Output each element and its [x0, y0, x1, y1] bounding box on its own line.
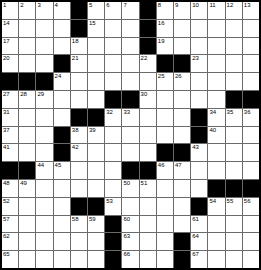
black-cell-r6c15: [243, 91, 259, 108]
black-cell-r10c1: [2, 162, 18, 179]
crossword-cell-r8c8[interactable]: [122, 127, 138, 144]
crossword-cell-r12c11[interactable]: [174, 198, 190, 215]
crossword-cell-r6c2[interactable]: 28: [19, 91, 35, 108]
crossword-cell-r8c7[interactable]: [105, 127, 121, 144]
clue-number: 9: [175, 2, 178, 9]
black-cell-r4c10: [157, 55, 173, 72]
crossword-cell-r6c3[interactable]: 29: [36, 91, 52, 108]
crossword-cell-r8c2[interactable]: [19, 127, 35, 144]
clue-number: 47: [175, 162, 182, 169]
crossword-cell-r10c15[interactable]: [243, 162, 259, 179]
crossword-cell-r9c15[interactable]: [243, 144, 259, 161]
clue-number: 28: [20, 91, 27, 98]
black-cell-r9c10: [157, 144, 173, 161]
crossword-cell-r9c12[interactable]: 43: [191, 144, 207, 161]
crossword-cell-r12c1[interactable]: 52: [2, 198, 18, 215]
black-cell-r12c5: [71, 198, 87, 215]
crossword-cell-r3c5[interactable]: 18: [71, 38, 87, 55]
clue-number: 37: [3, 127, 10, 134]
crossword-cell-r7c7[interactable]: 32: [105, 109, 121, 126]
crossword-cell-r9c7[interactable]: [105, 144, 121, 161]
clue-number: 46: [158, 162, 165, 169]
black-cell-r12c12: [191, 198, 207, 215]
crossword-cell-r8c13[interactable]: 40: [208, 127, 224, 144]
crossword-cell-r2c2[interactable]: [19, 20, 35, 37]
clue-number: 11: [209, 2, 215, 9]
crossword-cell-r15c4[interactable]: [54, 251, 70, 268]
crossword-cell-r3c15[interactable]: [243, 38, 259, 55]
crossword-cell-r11c10[interactable]: [157, 180, 173, 197]
crossword-cell-r1c14[interactable]: 12: [226, 2, 242, 19]
crossword-cell-r9c9[interactable]: [140, 144, 156, 161]
crossword-cell-r10c13[interactable]: [208, 162, 224, 179]
crossword-cell-r10c12[interactable]: [191, 162, 207, 179]
crossword-cell-r7c9[interactable]: [140, 109, 156, 126]
crossword-cell-r6c11[interactable]: [174, 91, 190, 108]
clue-number: 54: [209, 198, 216, 205]
crossword-cell-r13c3[interactable]: [36, 216, 52, 233]
crossword-cell-r4c14[interactable]: [226, 55, 242, 72]
clue-number: 20: [3, 55, 10, 62]
crossword-cell-r8c5[interactable]: 38: [71, 127, 87, 144]
crossword-cell-r1c13[interactable]: 11: [208, 2, 224, 19]
crossword-cell-r6c13[interactable]: [208, 91, 224, 108]
black-cell-r11c15: [243, 180, 259, 197]
clue-number: 41: [3, 144, 10, 151]
black-cell-r9c11: [174, 144, 190, 161]
crossword-cell-r15c15[interactable]: [243, 251, 259, 268]
crossword-cell-r7c11[interactable]: [174, 109, 190, 126]
crossword-cell-r13c2[interactable]: [19, 216, 35, 233]
crossword-cell-r3c11[interactable]: [174, 38, 190, 55]
crossword-cell-r4c6[interactable]: [88, 55, 104, 72]
clue-number: 58: [72, 216, 79, 223]
black-cell-r7c12: [191, 109, 207, 126]
crossword-cell-r1c12[interactable]: 10: [191, 2, 207, 19]
crossword-cell-r12c13[interactable]: 54: [208, 198, 224, 215]
crossword-cell-r4c2[interactable]: [19, 55, 35, 72]
clue-number: 1: [3, 2, 6, 9]
clue-number: 66: [123, 251, 130, 258]
crossword-cell-r4c13[interactable]: [208, 55, 224, 72]
clue-number: 17: [3, 38, 10, 45]
crossword-board: 1234567891011121314151617181920212223242…: [0, 0, 261, 270]
black-cell-r10c8: [122, 162, 138, 179]
crossword-cell-r14c6[interactable]: [88, 233, 104, 250]
black-cell-r14c7: [105, 233, 121, 250]
black-cell-r14c11: [174, 233, 190, 250]
crossword-cell-r12c15[interactable]: 56: [243, 198, 259, 215]
crossword-cell-r5c11[interactable]: 26: [174, 73, 190, 90]
crossword-cell-r11c3[interactable]: [36, 180, 52, 197]
crossword-cell-r9c1[interactable]: 41: [2, 144, 18, 161]
crossword-cell-r4c8[interactable]: [122, 55, 138, 72]
crossword-cell-r1c6[interactable]: 5: [88, 2, 104, 19]
crossword-cell-r11c4[interactable]: [54, 180, 70, 197]
clue-number: 21: [72, 55, 79, 62]
crossword-cell-r8c11[interactable]: [174, 127, 190, 144]
clue-number: 16: [158, 20, 165, 27]
clue-number: 23: [192, 55, 199, 62]
crossword-cell-r6c12[interactable]: [191, 91, 207, 108]
crossword-cell-r6c10[interactable]: [157, 91, 173, 108]
crossword-cell-r10c10[interactable]: 46: [157, 162, 173, 179]
crossword-cell-r3c13[interactable]: [208, 38, 224, 55]
clue-number: 44: [37, 162, 44, 169]
crossword-cell-r3c8[interactable]: [122, 38, 138, 55]
black-cell-r9c4: [54, 144, 70, 161]
clue-number: 43: [192, 144, 199, 151]
crossword-cell-r5c10[interactable]: 25: [157, 73, 173, 90]
crossword-cell-r3c6[interactable]: [88, 38, 104, 55]
clue-number: 25: [158, 73, 165, 80]
crossword-cell-r3c3[interactable]: [36, 38, 52, 55]
clue-number: 53: [106, 198, 113, 205]
clue-number: 65: [3, 251, 10, 258]
crossword-cell-r10c7[interactable]: [105, 162, 121, 179]
crossword-cell-r4c5[interactable]: 21: [71, 55, 87, 72]
clue-number: 33: [123, 109, 130, 116]
crossword-cell-r11c6[interactable]: [88, 180, 104, 197]
crossword-cell-r15c1[interactable]: 65: [2, 251, 18, 268]
crossword-cell-r2c4[interactable]: [54, 20, 70, 37]
crossword-cell-r2c1[interactable]: 14: [2, 20, 18, 37]
clue-number: 8: [158, 2, 161, 9]
crossword-cell-r8c14[interactable]: [226, 127, 242, 144]
crossword-cell-r15c2[interactable]: [19, 251, 35, 268]
crossword-cell-r1c1[interactable]: 1: [2, 2, 18, 19]
black-cell-r8c4: [54, 127, 70, 144]
crossword-cell-r9c6[interactable]: [88, 144, 104, 161]
clue-number: 38: [72, 127, 79, 134]
clue-number: 22: [141, 55, 148, 62]
black-cell-r6c7: [105, 91, 121, 108]
crossword-cell-r7c10[interactable]: [157, 109, 173, 126]
crossword-cell-r13c1[interactable]: 57: [2, 216, 18, 233]
crossword-cell-r11c2[interactable]: 49: [19, 180, 35, 197]
crossword-cell-r9c13[interactable]: [208, 144, 224, 161]
clue-number: 10: [192, 2, 199, 9]
crossword-cell-r14c13[interactable]: [208, 233, 224, 250]
crossword-cell-r5c13[interactable]: [208, 73, 224, 90]
crossword-cell-r2c6[interactable]: 15: [88, 20, 104, 37]
crossword-cell-r8c10[interactable]: [157, 127, 173, 144]
crossword-cell-r5c5[interactable]: [71, 73, 87, 90]
crossword-cell-r15c10[interactable]: [157, 251, 173, 268]
clue-number: 7: [123, 2, 126, 9]
black-cell-r1c5: [71, 2, 87, 19]
black-cell-r10c9: [140, 162, 156, 179]
crossword-cell-r3c4[interactable]: [54, 38, 70, 55]
crossword-cell-r11c9[interactable]: 51: [140, 180, 156, 197]
crossword-cell-r4c3[interactable]: [36, 55, 52, 72]
crossword-cell-r1c2[interactable]: 2: [19, 2, 35, 19]
crossword-cell-r15c13[interactable]: [208, 251, 224, 268]
crossword-cell-r9c2[interactable]: [19, 144, 35, 161]
clue-number: 15: [89, 20, 96, 27]
crossword-cell-r10c4[interactable]: 45: [54, 162, 70, 179]
crossword-cell-r13c15[interactable]: [243, 216, 259, 233]
crossword-cell-r5c6[interactable]: [88, 73, 104, 90]
clue-number: 6: [106, 2, 109, 9]
crossword-cell-r6c6[interactable]: [88, 91, 104, 108]
clue-number: 26: [175, 73, 182, 80]
crossword-cell-r7c14[interactable]: 35: [226, 109, 242, 126]
clue-number: 57: [3, 216, 10, 223]
crossword-cell-r14c2[interactable]: [19, 233, 35, 250]
clue-number: 19: [158, 38, 165, 45]
crossword-cell-r7c15[interactable]: 36: [243, 109, 259, 126]
clue-number: 63: [123, 233, 130, 240]
clue-number: 51: [141, 180, 148, 187]
crossword-cell-r1c8[interactable]: 7: [122, 2, 138, 19]
crossword-cell-r5c14[interactable]: [226, 73, 242, 90]
crossword-cell-r13c14[interactable]: [226, 216, 242, 233]
crossword-cell-r5c4[interactable]: 24: [54, 73, 70, 90]
crossword-cell-r7c4[interactable]: [54, 109, 70, 126]
crossword-cell-r7c1[interactable]: 31: [2, 109, 18, 126]
crossword-cell-r2c10[interactable]: 16: [157, 20, 173, 37]
black-cell-r15c11: [174, 251, 190, 268]
crossword-cell-r14c14[interactable]: [226, 233, 242, 250]
crossword-cell-r6c1[interactable]: 27: [2, 91, 18, 108]
crossword-cell-r4c9[interactable]: 22: [140, 55, 156, 72]
crossword-cell-r5c12[interactable]: [191, 73, 207, 90]
crossword-cell-r3c7[interactable]: [105, 38, 121, 55]
black-cell-r4c4: [54, 55, 70, 72]
crossword-cell-r1c10[interactable]: 8: [157, 2, 173, 19]
black-cell-r5c2: [19, 73, 35, 90]
crossword-cell-r10c14[interactable]: [226, 162, 242, 179]
clue-number: 67: [192, 251, 199, 258]
crossword-cell-r2c15[interactable]: [243, 20, 259, 37]
crossword-cell-r4c15[interactable]: [243, 55, 259, 72]
clue-number: 30: [141, 91, 148, 98]
crossword-cell-r8c9[interactable]: [140, 127, 156, 144]
crossword-cell-r13c9[interactable]: [140, 216, 156, 233]
clue-number: 60: [123, 216, 130, 223]
clue-number: 40: [209, 127, 216, 134]
black-cell-r12c6: [88, 198, 104, 215]
crossword-cell-r7c8[interactable]: 33: [122, 109, 138, 126]
clue-number: 64: [192, 233, 199, 240]
clue-number: 24: [55, 73, 62, 80]
clue-number: 50: [123, 180, 130, 187]
black-cell-r6c8: [122, 91, 138, 108]
crossword-cell-r14c9[interactable]: [140, 233, 156, 250]
clue-number: 52: [3, 198, 10, 205]
crossword-cell-r13c11[interactable]: [174, 216, 190, 233]
crossword-cell-r4c7[interactable]: [105, 55, 121, 72]
crossword-cell-r14c12[interactable]: 64: [191, 233, 207, 250]
crossword-cell-r1c7[interactable]: 6: [105, 2, 121, 19]
crossword-cell-r4c1[interactable]: 20: [2, 55, 18, 72]
clue-number: 4: [55, 2, 58, 9]
black-cell-r7c6: [88, 109, 104, 126]
black-cell-r8c12: [191, 127, 207, 144]
crossword-cell-r14c3[interactable]: [36, 233, 52, 250]
crossword-cell-r10c5[interactable]: [71, 162, 87, 179]
clue-number: 48: [3, 180, 10, 187]
crossword-cell-r4c12[interactable]: 23: [191, 55, 207, 72]
crossword-cell-r14c4[interactable]: [54, 233, 70, 250]
black-cell-r10c2: [19, 162, 35, 179]
crossword-cell-r5c7[interactable]: [105, 73, 121, 90]
clue-number: 13: [244, 2, 251, 9]
crossword-cell-r8c3[interactable]: [36, 127, 52, 144]
crossword-cell-r1c4[interactable]: 4: [54, 2, 70, 19]
crossword-cell-r12c3[interactable]: [36, 198, 52, 215]
black-cell-r15c7: [105, 251, 121, 268]
crossword-cell-r12c8[interactable]: [122, 198, 138, 215]
black-cell-r5c3: [36, 73, 52, 90]
black-cell-r7c5: [71, 109, 87, 126]
crossword-cell-r15c9[interactable]: [140, 251, 156, 268]
black-cell-r4c11: [174, 55, 190, 72]
crossword-cell-r13c5[interactable]: 58: [71, 216, 87, 233]
crossword-cell-r2c7[interactable]: [105, 20, 121, 37]
clue-number: 32: [106, 109, 113, 116]
clue-number: 34: [209, 109, 216, 116]
crossword-cell-r12c7[interactable]: 53: [105, 198, 121, 215]
clue-number: 49: [20, 180, 27, 187]
crossword-cell-r13c4[interactable]: [54, 216, 70, 233]
crossword-cell-r5c8[interactable]: [122, 73, 138, 90]
clue-number: 5: [89, 2, 92, 9]
crossword-cell-r2c12[interactable]: [191, 20, 207, 37]
crossword-cell-r9c8[interactable]: [122, 144, 138, 161]
clue-number: 29: [37, 91, 44, 98]
black-cell-r6c14: [226, 91, 242, 108]
crossword-cell-r5c9[interactable]: [140, 73, 156, 90]
crossword-cell-r8c1[interactable]: 37: [2, 127, 18, 144]
crossword-cell-r7c2[interactable]: [19, 109, 35, 126]
crossword-cell-r11c5[interactable]: [71, 180, 87, 197]
crossword-cell-r2c14[interactable]: [226, 20, 242, 37]
clue-number: 3: [37, 2, 40, 9]
crossword-cell-r14c5[interactable]: [71, 233, 87, 250]
crossword-cell-r12c14[interactable]: 55: [226, 198, 242, 215]
crossword-cell-r2c3[interactable]: [36, 20, 52, 37]
crossword-cell-r3c12[interactable]: [191, 38, 207, 55]
crossword-cell-r14c10[interactable]: [157, 233, 173, 250]
black-cell-r2c9: [140, 20, 156, 37]
crossword-cell-r15c14[interactable]: [226, 251, 242, 268]
clue-number: 12: [227, 2, 234, 9]
crossword-cell-r13c12[interactable]: 61: [191, 216, 207, 233]
crossword-cell-r3c1[interactable]: 17: [2, 38, 18, 55]
black-cell-r2c5: [71, 20, 87, 37]
crossword-cell-r15c3[interactable]: [36, 251, 52, 268]
crossword-cell-r12c4[interactable]: [54, 198, 70, 215]
crossword-cell-r11c11[interactable]: [174, 180, 190, 197]
crossword-cell-r13c10[interactable]: [157, 216, 173, 233]
crossword-cell-r3c10[interactable]: 19: [157, 38, 173, 55]
crossword-cell-r5c15[interactable]: [243, 73, 259, 90]
crossword-cell-r13c8[interactable]: 60: [122, 216, 138, 233]
clue-number: 27: [3, 91, 10, 98]
clue-number: 18: [72, 38, 79, 45]
crossword-cell-r2c8[interactable]: [122, 20, 138, 37]
crossword-cell-r11c1[interactable]: 48: [2, 180, 18, 197]
crossword-cell-r1c15[interactable]: 13: [243, 2, 259, 19]
black-cell-r5c1: [2, 73, 18, 90]
clue-number: 62: [3, 233, 10, 240]
crossword-cell-r9c5[interactable]: 42: [71, 144, 87, 161]
clue-number: 2: [20, 2, 23, 9]
crossword-cell-r12c2[interactable]: [19, 198, 35, 215]
crossword-cell-r9c14[interactable]: [226, 144, 242, 161]
crossword-cell-r12c10[interactable]: [157, 198, 173, 215]
black-cell-r3c9: [140, 38, 156, 55]
crossword-cell-r13c13[interactable]: [208, 216, 224, 233]
crossword-cell-r10c6[interactable]: [88, 162, 104, 179]
crossword-cell-r15c6[interactable]: [88, 251, 104, 268]
crossword-cell-r6c5[interactable]: [71, 91, 87, 108]
crossword-cell-r2c11[interactable]: [174, 20, 190, 37]
clue-number: 55: [227, 198, 234, 205]
clue-number: 39: [89, 127, 96, 134]
clue-number: 35: [227, 109, 234, 116]
crossword-cell-r7c3[interactable]: [36, 109, 52, 126]
crossword-cell-r2c13[interactable]: [208, 20, 224, 37]
crossword-cell-r10c3[interactable]: 44: [36, 162, 52, 179]
clue-number: 45: [55, 162, 62, 169]
clue-number: 61: [192, 216, 199, 223]
clue-number: 42: [72, 144, 79, 151]
crossword-cell-r6c9[interactable]: 30: [140, 91, 156, 108]
black-cell-r11c13: [208, 180, 224, 197]
crossword-cell-r15c5[interactable]: [71, 251, 87, 268]
crossword-cell-r6c4[interactable]: [54, 91, 70, 108]
crossword-cell-r15c12[interactable]: 67: [191, 251, 207, 268]
crossword-cell-r13c6[interactable]: 59: [88, 216, 104, 233]
crossword-cell-r3c14[interactable]: [226, 38, 242, 55]
crossword-cell-r8c6[interactable]: 39: [88, 127, 104, 144]
crossword-cell-r11c12[interactable]: [191, 180, 207, 197]
crossword-cell-r14c1[interactable]: 62: [2, 233, 18, 250]
crossword-cell-r1c11[interactable]: 9: [174, 2, 190, 19]
crossword-cell-r1c3[interactable]: 3: [36, 2, 52, 19]
crossword-cell-r3c2[interactable]: [19, 38, 35, 55]
crossword-cell-r14c8[interactable]: 63: [122, 233, 138, 250]
black-cell-r1c9: [140, 2, 156, 19]
crossword-cell-r10c11[interactable]: 47: [174, 162, 190, 179]
crossword-cell-r15c8[interactable]: 66: [122, 251, 138, 268]
black-cell-r11c14: [226, 180, 242, 197]
crossword-cell-r8c15[interactable]: [243, 127, 259, 144]
clue-number: 59: [89, 216, 96, 223]
clue-number: 31: [3, 109, 10, 116]
crossword-cell-r11c7[interactable]: [105, 180, 121, 197]
clue-number: 56: [244, 198, 251, 205]
clue-number: 36: [244, 109, 251, 116]
crossword-cell-r7c13[interactable]: 34: [208, 109, 224, 126]
crossword-cell-r14c15[interactable]: [243, 233, 259, 250]
crossword-cell-r11c8[interactable]: 50: [122, 180, 138, 197]
crossword-cell-r12c9[interactable]: [140, 198, 156, 215]
black-cell-r13c7: [105, 216, 121, 233]
clue-number: 14: [3, 20, 10, 27]
crossword-cell-r9c3[interactable]: [36, 144, 52, 161]
